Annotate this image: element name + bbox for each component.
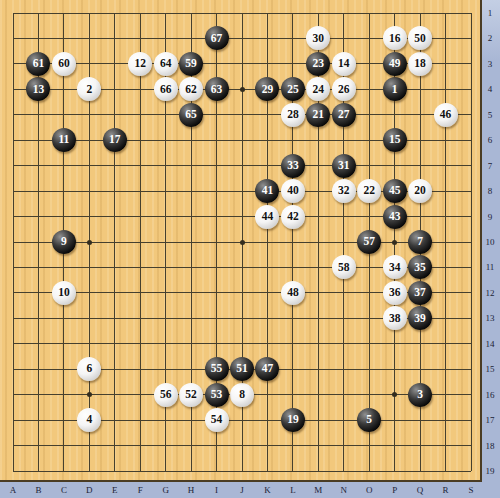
stone-black-K8: 41 [255,179,279,203]
column-label-L: L [286,484,300,496]
stone-black-K4: 29 [255,77,279,101]
stone-white-L5: 28 [281,103,305,127]
stone-white-D17: 4 [77,408,101,432]
row-label-13: 13 [482,313,498,323]
star-point-D10 [87,240,92,245]
stone-white-L8: 40 [281,179,305,203]
stone-black-L4: 25 [281,77,305,101]
row-label-15: 15 [482,364,498,374]
grid-line-horizontal [13,471,471,472]
stone-white-N11: 58 [332,255,356,279]
stone-black-K15: 47 [255,357,279,381]
row-label-7: 7 [482,161,498,171]
row-label-6: 6 [482,135,498,145]
grid-line-horizontal [13,445,471,446]
stone-white-Q8: 20 [408,179,432,203]
stone-white-Q2: 50 [408,26,432,50]
stone-white-H16: 52 [179,383,203,407]
column-label-N: N [337,484,351,496]
column-label-D: D [82,484,96,496]
stone-black-Q10: 7 [408,230,432,254]
stone-white-F3: 12 [128,52,152,76]
stone-white-N4: 26 [332,77,356,101]
stone-white-K9: 44 [255,205,279,229]
stone-black-E6: 17 [103,128,127,152]
stone-white-G16: 56 [154,383,178,407]
row-label-5: 5 [482,110,498,120]
stone-black-P9: 43 [383,205,407,229]
column-label-C: C [57,484,71,496]
stone-white-D15: 6 [77,357,101,381]
stone-white-G4: 66 [154,77,178,101]
grid-line-vertical [445,13,446,471]
row-label-4: 4 [482,84,498,94]
go-board-surface[interactable]: 1234567891011121314151617181920212223242… [0,0,482,482]
stone-white-N3: 14 [332,52,356,76]
star-point-P10 [392,240,397,245]
column-label-G: G [159,484,173,496]
stone-white-I17: 54 [205,408,229,432]
stone-black-Q16: 3 [408,383,432,407]
stone-white-H4: 62 [179,77,203,101]
column-label-P: P [388,484,402,496]
star-point-D16 [87,392,92,397]
row-label-3: 3 [482,59,498,69]
column-label-J: J [235,484,249,496]
stone-black-B4: 13 [26,77,50,101]
column-label-E: E [108,484,122,496]
stone-black-M5: 21 [306,103,330,127]
column-label-A: A [6,484,20,496]
stone-white-J16: 8 [230,383,254,407]
grid-line-vertical [471,13,472,471]
column-label-I: I [210,484,224,496]
go-kifu-diagram: 1234567891011121314151617181920212223242… [0,0,500,498]
stone-black-J15: 51 [230,357,254,381]
stone-black-O17: 5 [357,408,381,432]
row-label-11: 11 [482,262,498,272]
stone-white-C12: 10 [52,281,76,305]
stone-black-I4: 63 [205,77,229,101]
row-label-19: 19 [482,466,498,476]
stone-black-H3: 59 [179,52,203,76]
row-label-1: 1 [482,8,498,18]
stone-black-P3: 49 [383,52,407,76]
stone-black-L17: 19 [281,408,305,432]
stone-white-P11: 34 [383,255,407,279]
stone-white-P13: 38 [383,306,407,330]
column-label-K: K [260,484,274,496]
grid-line-horizontal [13,343,471,344]
stone-black-O10: 57 [357,230,381,254]
column-label-F: F [133,484,147,496]
row-coordinate-strip: 12345678910111213141516171819 [482,0,500,498]
row-label-9: 9 [482,212,498,222]
stone-black-Q11: 35 [408,255,432,279]
stone-black-N5: 27 [332,103,356,127]
stone-white-N8: 32 [332,179,356,203]
stone-white-P12: 36 [383,281,407,305]
stone-black-I2: 67 [205,26,229,50]
stone-white-Q3: 18 [408,52,432,76]
row-label-12: 12 [482,288,498,298]
stone-black-I16: 53 [205,383,229,407]
stone-black-P4: 1 [383,77,407,101]
stone-white-M4: 24 [306,77,330,101]
stone-white-C3: 60 [52,52,76,76]
stone-black-L7: 33 [281,154,305,178]
stone-black-N7: 31 [332,154,356,178]
row-label-17: 17 [482,415,498,425]
stone-black-Q12: 37 [408,281,432,305]
stone-white-O8: 22 [357,179,381,203]
star-point-P16 [392,392,397,397]
stone-white-G3: 64 [154,52,178,76]
row-label-8: 8 [482,186,498,196]
stone-white-P2: 16 [383,26,407,50]
stone-black-Q13: 39 [408,306,432,330]
stone-white-M2: 30 [306,26,330,50]
stone-black-C6: 11 [52,128,76,152]
column-label-M: M [311,484,325,496]
column-label-H: H [184,484,198,496]
star-point-J10 [240,240,245,245]
stone-black-C10: 9 [52,230,76,254]
row-label-10: 10 [482,237,498,247]
column-label-R: R [439,484,453,496]
stone-white-R5: 46 [434,103,458,127]
stone-black-M3: 23 [306,52,330,76]
stone-black-P6: 15 [383,128,407,152]
stone-white-D4: 2 [77,77,101,101]
star-point-J4 [240,87,245,92]
column-label-B: B [31,484,45,496]
column-coordinate-strip: ABCDEFGHIJKLMNOPQRS [0,482,482,498]
row-label-16: 16 [482,390,498,400]
stone-black-P8: 45 [383,179,407,203]
row-label-14: 14 [482,339,498,349]
row-label-2: 2 [482,33,498,43]
stone-white-L12: 48 [281,281,305,305]
column-label-Q: Q [413,484,427,496]
stone-black-H5: 65 [179,103,203,127]
column-label-S: S [464,484,478,496]
stone-black-B3: 61 [26,52,50,76]
row-label-18: 18 [482,441,498,451]
stone-white-L9: 42 [281,205,305,229]
stone-black-I15: 55 [205,357,229,381]
column-label-O: O [362,484,376,496]
